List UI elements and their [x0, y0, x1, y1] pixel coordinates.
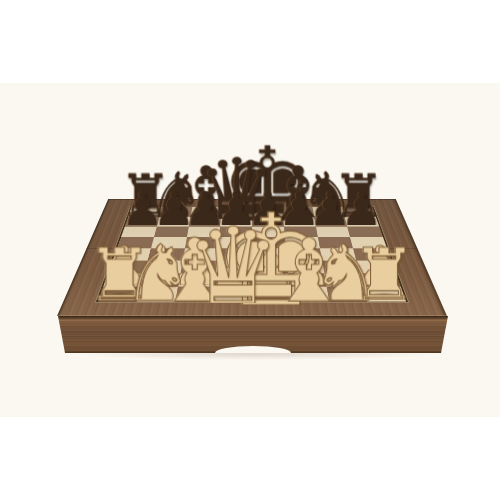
board-grid: ♜♞♝♛♚♝♞♜♟♟♟♟♟♟♟♟♟♟♟♟♟♟♟♟♜♞♝♛♚♝♞♜ — [98, 207, 406, 302]
square-d1: ♛ — [214, 287, 252, 302]
square-b1: ♞ — [137, 287, 178, 302]
box-front-face — [58, 316, 448, 353]
board-inlay-border: ♜♞♝♛♚♝♞♜♟♟♟♟♟♟♟♟♟♟♟♟♟♟♟♟♜♞♝♛♚♝♞♜ — [96, 207, 408, 303]
square-g1: ♞ — [326, 287, 367, 302]
chessboard: ♜♞♝♛♚♝♞♜♟♟♟♟♟♟♟♟♟♟♟♟♟♟♟♟♜♞♝♛♚♝♞♜ — [57, 199, 447, 316]
square-h7: ♟ — [345, 216, 379, 226]
finger-notch — [215, 346, 291, 353]
board-frame: ♜♞♝♛♚♝♞♜♟♟♟♟♟♟♟♟♟♟♟♟♟♟♟♟♜♞♝♛♚♝♞♜ — [57, 199, 447, 316]
